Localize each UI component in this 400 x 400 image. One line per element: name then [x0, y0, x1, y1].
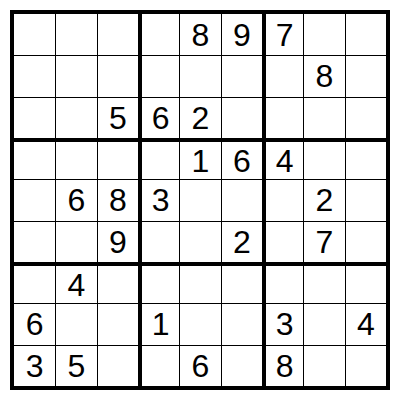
- cell-r4c8[interactable]: [303, 138, 344, 179]
- given-digit: 8: [276, 350, 294, 382]
- sudoku-page: 89785621646832927461343568: [0, 0, 400, 400]
- cell-r2c2[interactable]: [55, 55, 96, 96]
- cell-r2c5[interactable]: [179, 55, 220, 96]
- cell-r3c9[interactable]: [345, 97, 386, 138]
- cell-r8c2[interactable]: [55, 303, 96, 344]
- cell-r5c8[interactable]: 2: [303, 179, 344, 220]
- given-digit: 2: [192, 102, 210, 134]
- given-digit: 2: [233, 226, 251, 258]
- sudoku-board: 89785621646832927461343568: [10, 10, 390, 390]
- given-digit: 4: [357, 308, 375, 340]
- cell-r2c3[interactable]: [97, 55, 138, 96]
- cell-r4c3[interactable]: [97, 138, 138, 179]
- cell-r7c6[interactable]: [221, 262, 262, 303]
- cell-r9c6[interactable]: [221, 345, 262, 386]
- cell-r4c4[interactable]: [138, 138, 179, 179]
- cell-r7c5[interactable]: [179, 262, 220, 303]
- given-digit: 2: [316, 184, 334, 216]
- cell-r8c5[interactable]: [179, 303, 220, 344]
- cell-r1c9[interactable]: [345, 14, 386, 55]
- cell-r4c9[interactable]: [345, 138, 386, 179]
- cell-r7c3[interactable]: [97, 262, 138, 303]
- cell-r5c7[interactable]: [262, 179, 303, 220]
- cell-r1c3[interactable]: [97, 14, 138, 55]
- cell-r6c4[interactable]: [138, 221, 179, 262]
- cell-r5c4[interactable]: 3: [138, 179, 179, 220]
- cell-r7c2[interactable]: 4: [55, 262, 96, 303]
- given-digit: 5: [109, 102, 127, 134]
- given-digit: 8: [316, 60, 334, 92]
- given-digit: 6: [152, 102, 170, 134]
- given-digit: 3: [152, 184, 170, 216]
- cell-r6c6[interactable]: 2: [221, 221, 262, 262]
- cell-r6c3[interactable]: 9: [97, 221, 138, 262]
- cell-r6c1[interactable]: [14, 221, 55, 262]
- cell-r3c2[interactable]: [55, 97, 96, 138]
- given-digit: 8: [109, 184, 127, 216]
- cell-r4c6[interactable]: 6: [221, 138, 262, 179]
- given-digit: 9: [233, 19, 251, 51]
- cell-r5c3[interactable]: 8: [97, 179, 138, 220]
- cell-r9c2[interactable]: 5: [55, 345, 96, 386]
- cell-r5c2[interactable]: 6: [55, 179, 96, 220]
- given-digit: 4: [276, 145, 294, 177]
- cell-r6c5[interactable]: [179, 221, 220, 262]
- given-digit: 1: [192, 145, 210, 177]
- cell-r4c7[interactable]: 4: [262, 138, 303, 179]
- cell-r6c2[interactable]: [55, 221, 96, 262]
- cell-r3c1[interactable]: [14, 97, 55, 138]
- cell-r6c8[interactable]: 7: [303, 221, 344, 262]
- cell-r3c5[interactable]: 2: [179, 97, 220, 138]
- cell-r8c4[interactable]: 1: [138, 303, 179, 344]
- cell-r9c5[interactable]: 6: [179, 345, 220, 386]
- given-digit: 6: [26, 308, 44, 340]
- cell-r2c4[interactable]: [138, 55, 179, 96]
- cell-r3c8[interactable]: [303, 97, 344, 138]
- cell-r1c1[interactable]: [14, 14, 55, 55]
- cell-r3c7[interactable]: [262, 97, 303, 138]
- given-digit: 6: [68, 184, 86, 216]
- cell-r9c1[interactable]: 3: [14, 345, 55, 386]
- given-digit: 7: [276, 19, 294, 51]
- cell-r3c3[interactable]: 5: [97, 97, 138, 138]
- cell-r9c3[interactable]: [97, 345, 138, 386]
- given-digit: 5: [68, 350, 86, 382]
- cell-r2c7[interactable]: [262, 55, 303, 96]
- given-digit: 6: [233, 145, 251, 177]
- cell-r8c1[interactable]: 6: [14, 303, 55, 344]
- given-digit: 8: [192, 19, 210, 51]
- cell-r1c7[interactable]: 7: [262, 14, 303, 55]
- cell-r7c1[interactable]: [14, 262, 55, 303]
- cell-r1c8[interactable]: [303, 14, 344, 55]
- cell-r1c6[interactable]: 9: [221, 14, 262, 55]
- cell-r1c2[interactable]: [55, 14, 96, 55]
- cell-r6c9[interactable]: [345, 221, 386, 262]
- given-digit: 6: [192, 350, 210, 382]
- cell-r5c9[interactable]: [345, 179, 386, 220]
- cell-r7c9[interactable]: [345, 262, 386, 303]
- given-digit: 9: [109, 226, 127, 258]
- cell-r7c7[interactable]: [262, 262, 303, 303]
- cell-r1c5[interactable]: 8: [179, 14, 220, 55]
- cell-r7c4[interactable]: [138, 262, 179, 303]
- cell-r5c6[interactable]: [221, 179, 262, 220]
- given-digit: 4: [68, 269, 86, 301]
- cell-r8c7[interactable]: 3: [262, 303, 303, 344]
- cell-r3c6[interactable]: [221, 97, 262, 138]
- cell-r8c6[interactable]: [221, 303, 262, 344]
- cell-r7c8[interactable]: [303, 262, 344, 303]
- cell-r2c9[interactable]: [345, 55, 386, 96]
- cell-r2c1[interactable]: [14, 55, 55, 96]
- cell-r4c5[interactable]: 1: [179, 138, 220, 179]
- cell-r9c7[interactable]: 8: [262, 345, 303, 386]
- cell-r9c4[interactable]: [138, 345, 179, 386]
- cell-r1c4[interactable]: [138, 14, 179, 55]
- cell-r9c8[interactable]: [303, 345, 344, 386]
- cell-r5c5[interactable]: [179, 179, 220, 220]
- cell-r4c2[interactable]: [55, 138, 96, 179]
- given-digit: 3: [276, 308, 294, 340]
- cell-r2c6[interactable]: [221, 55, 262, 96]
- cell-r9c9[interactable]: [345, 345, 386, 386]
- cell-r6c7[interactable]: [262, 221, 303, 262]
- cell-r8c3[interactable]: [97, 303, 138, 344]
- given-digit: 1: [152, 308, 170, 340]
- cell-r3c4[interactable]: 6: [138, 97, 179, 138]
- cell-r8c9[interactable]: 4: [345, 303, 386, 344]
- cell-r4c1[interactable]: [14, 138, 55, 179]
- cell-r2c8[interactable]: 8: [303, 55, 344, 96]
- cell-r5c1[interactable]: [14, 179, 55, 220]
- given-digit: 7: [316, 226, 334, 258]
- cell-r8c8[interactable]: [303, 303, 344, 344]
- given-digit: 3: [26, 350, 44, 382]
